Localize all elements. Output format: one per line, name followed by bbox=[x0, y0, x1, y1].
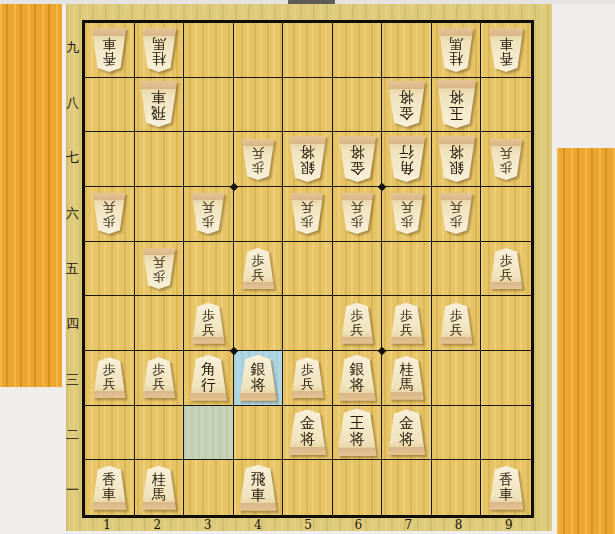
square-f6-r1[interactable] bbox=[333, 460, 383, 515]
square-f4-r6[interactable] bbox=[234, 187, 284, 242]
square-f2-r9[interactable]: 桂馬 bbox=[135, 23, 185, 78]
square-f1-r6[interactable]: 歩兵 bbox=[85, 187, 135, 242]
piece-knight-top[interactable]: 桂馬 bbox=[438, 28, 474, 72]
piece-pawn-bottom[interactable]: 歩兵 bbox=[439, 303, 473, 344]
piece-pawn-top[interactable]: 歩兵 bbox=[142, 248, 176, 289]
piece-pawn-bottom[interactable]: 歩兵 bbox=[191, 303, 225, 344]
square-f4-r1[interactable]: 飛車 bbox=[234, 460, 284, 515]
square-f6-r8[interactable] bbox=[333, 78, 383, 133]
square-f3-r6[interactable]: 歩兵 bbox=[184, 187, 234, 242]
piece-knight-bottom[interactable]: 桂馬 bbox=[389, 356, 425, 400]
piece-pawn-top[interactable]: 歩兵 bbox=[390, 193, 424, 234]
piece-pawn-bottom[interactable]: 歩兵 bbox=[142, 357, 176, 398]
square-f9-r3[interactable] bbox=[481, 351, 531, 406]
square-f9-r6[interactable] bbox=[481, 187, 531, 242]
square-f2-r2[interactable] bbox=[135, 406, 185, 461]
square-f1-r9[interactable]: 香車 bbox=[85, 23, 135, 78]
piece-stand-top-player bbox=[0, 4, 62, 387]
square-f2-r8[interactable]: 飛車 bbox=[135, 78, 185, 133]
piece-gold-top[interactable]: 金将 bbox=[387, 81, 426, 127]
square-f1-r1[interactable]: 香車 bbox=[85, 460, 135, 515]
square-f5-r6[interactable]: 歩兵 bbox=[283, 187, 333, 242]
square-f5-r7[interactable]: 銀将 bbox=[283, 132, 333, 187]
square-f8-r7[interactable]: 銀将 bbox=[432, 132, 482, 187]
piece-rook-top[interactable]: 飛車 bbox=[139, 81, 178, 127]
square-f2-r7[interactable] bbox=[135, 132, 185, 187]
square-f2-r5[interactable]: 歩兵 bbox=[135, 242, 185, 297]
square-f9-r5[interactable]: 歩兵 bbox=[481, 242, 531, 297]
square-f4-r7[interactable]: 歩兵 bbox=[234, 132, 284, 187]
square-f2-r1[interactable]: 桂馬 bbox=[135, 460, 185, 515]
rank-label: 二 bbox=[63, 407, 82, 462]
file-label: 7 bbox=[383, 518, 433, 531]
piece-rook-bottom[interactable]: 飛車 bbox=[238, 465, 277, 511]
board-grid: 香車桂馬桂馬香車飛車金将玉将歩兵銀将金将角行銀将歩兵歩兵歩兵歩兵歩兵歩兵歩兵歩兵… bbox=[82, 20, 534, 518]
square-f3-r4[interactable]: 歩兵 bbox=[184, 296, 234, 351]
shogi-app: 九八七六五四三二一 香車桂馬桂馬香車飛車金将玉将歩兵銀将金将角行銀将歩兵歩兵歩兵… bbox=[0, 0, 615, 534]
piece-silver-top[interactable]: 銀将 bbox=[437, 136, 476, 182]
file-label: 4 bbox=[233, 518, 283, 531]
square-f1-r2[interactable] bbox=[85, 406, 135, 461]
square-f5-r2[interactable]: 金将 bbox=[283, 406, 333, 461]
piece-gold-bottom[interactable]: 金将 bbox=[288, 409, 327, 455]
square-f7-r6[interactable]: 歩兵 bbox=[382, 187, 432, 242]
piece-pawn-bottom[interactable]: 歩兵 bbox=[390, 303, 424, 344]
piece-stand-bottom-player bbox=[557, 148, 615, 534]
square-f5-r5[interactable] bbox=[283, 242, 333, 297]
file-label: 2 bbox=[132, 518, 182, 531]
piece-pawn-top[interactable]: 歩兵 bbox=[489, 139, 523, 180]
rank-label: 一 bbox=[63, 463, 82, 518]
piece-bishop-bottom[interactable]: 角行 bbox=[189, 355, 228, 401]
piece-gold-bottom[interactable]: 金将 bbox=[387, 409, 426, 455]
square-f6-r9[interactable] bbox=[333, 23, 383, 78]
piece-pawn-top[interactable]: 歩兵 bbox=[92, 193, 126, 234]
square-f1-r3[interactable]: 歩兵 bbox=[85, 351, 135, 406]
square-f8-r2[interactable] bbox=[432, 406, 482, 461]
piece-lance-bottom[interactable]: 香車 bbox=[488, 466, 524, 510]
square-f6-r3[interactable]: 銀将 bbox=[333, 351, 383, 406]
square-f5-r8[interactable] bbox=[283, 78, 333, 133]
file-labels: 123456789 bbox=[82, 518, 534, 531]
square-f8-r4[interactable]: 歩兵 bbox=[432, 296, 482, 351]
square-f3-r1[interactable] bbox=[184, 460, 234, 515]
square-f6-r5[interactable] bbox=[333, 242, 383, 297]
square-f3-r9[interactable] bbox=[184, 23, 234, 78]
square-f6-r2[interactable]: 王将 bbox=[333, 406, 383, 461]
square-f8-r1[interactable] bbox=[432, 460, 482, 515]
piece-pawn-top[interactable]: 歩兵 bbox=[340, 193, 374, 234]
square-f8-r6[interactable]: 歩兵 bbox=[432, 187, 482, 242]
square-f8-r3[interactable] bbox=[432, 351, 482, 406]
square-f9-r2[interactable] bbox=[481, 406, 531, 461]
square-f5-r4[interactable] bbox=[283, 296, 333, 351]
piece-silver-bottom[interactable]: 銀将 bbox=[238, 355, 277, 401]
file-label: 9 bbox=[484, 518, 534, 531]
square-f2-r3[interactable]: 歩兵 bbox=[135, 351, 185, 406]
square-f1-r7[interactable] bbox=[85, 132, 135, 187]
piece-pawn-bottom[interactable]: 歩兵 bbox=[489, 248, 523, 289]
file-label: 8 bbox=[434, 518, 484, 531]
square-f9-r8[interactable] bbox=[481, 78, 531, 133]
square-f7-r7[interactable]: 角行 bbox=[382, 132, 432, 187]
rank-labels: 九八七六五四三二一 bbox=[63, 20, 82, 518]
square-f1-r4[interactable] bbox=[85, 296, 135, 351]
square-f7-r4[interactable]: 歩兵 bbox=[382, 296, 432, 351]
square-f9-r7[interactable]: 歩兵 bbox=[481, 132, 531, 187]
piece-bishop-top[interactable]: 角行 bbox=[387, 136, 426, 182]
square-f5-r1[interactable] bbox=[283, 460, 333, 515]
square-f6-r6[interactable]: 歩兵 bbox=[333, 187, 383, 242]
square-f7-r1[interactable] bbox=[382, 460, 432, 515]
piece-knight-bottom[interactable]: 桂馬 bbox=[141, 466, 177, 510]
piece-king-bottom[interactable]: 王将 bbox=[337, 408, 378, 456]
rank-label: 七 bbox=[63, 131, 82, 186]
piece-knight-top[interactable]: 桂馬 bbox=[141, 28, 177, 72]
square-f8-r5[interactable] bbox=[432, 242, 482, 297]
square-f4-r8[interactable] bbox=[234, 78, 284, 133]
square-f6-r4[interactable]: 歩兵 bbox=[333, 296, 383, 351]
square-f7-r3[interactable]: 桂馬 bbox=[382, 351, 432, 406]
rank-label: 八 bbox=[63, 75, 82, 130]
square-f7-r5[interactable] bbox=[382, 242, 432, 297]
rank-label: 四 bbox=[63, 297, 82, 352]
rank-label: 三 bbox=[63, 352, 82, 407]
file-label: 3 bbox=[182, 518, 232, 531]
square-f4-r4[interactable] bbox=[234, 296, 284, 351]
square-f7-r9[interactable] bbox=[382, 23, 432, 78]
square-f9-r1[interactable]: 香車 bbox=[481, 460, 531, 515]
square-f8-r9[interactable]: 桂馬 bbox=[432, 23, 482, 78]
rank-label: 六 bbox=[63, 186, 82, 241]
square-f9-r9[interactable]: 香車 bbox=[481, 23, 531, 78]
square-f2-r6[interactable] bbox=[135, 187, 185, 242]
piece-pawn-top[interactable]: 歩兵 bbox=[191, 193, 225, 234]
piece-lance-top[interactable]: 香車 bbox=[91, 28, 127, 72]
rank-label: 九 bbox=[63, 20, 82, 75]
square-f5-r3[interactable]: 歩兵 bbox=[283, 351, 333, 406]
piece-pawn-top[interactable]: 歩兵 bbox=[439, 193, 473, 234]
square-f3-r2[interactable] bbox=[184, 406, 234, 461]
square-f4-r2[interactable] bbox=[234, 406, 284, 461]
square-f4-r3[interactable]: 銀将 bbox=[234, 351, 284, 406]
square-f8-r8[interactable]: 玉将 bbox=[432, 78, 482, 133]
file-label: 6 bbox=[333, 518, 383, 531]
square-f1-r5[interactable] bbox=[85, 242, 135, 297]
square-f2-r4[interactable] bbox=[135, 296, 185, 351]
piece-lance-top[interactable]: 香車 bbox=[488, 28, 524, 72]
square-f9-r4[interactable] bbox=[481, 296, 531, 351]
piece-gold-top[interactable]: 金将 bbox=[338, 136, 377, 182]
square-f1-r8[interactable] bbox=[85, 78, 135, 133]
square-f4-r5[interactable]: 歩兵 bbox=[234, 242, 284, 297]
rank-label: 五 bbox=[63, 241, 82, 296]
piece-lance-bottom[interactable]: 香車 bbox=[91, 466, 127, 510]
square-f7-r2[interactable]: 金将 bbox=[382, 406, 432, 461]
piece-pawn-bottom[interactable]: 歩兵 bbox=[290, 357, 324, 398]
square-f7-r8[interactable]: 金将 bbox=[382, 78, 432, 133]
square-f4-r9[interactable] bbox=[234, 23, 284, 78]
square-f6-r7[interactable]: 金将 bbox=[333, 132, 383, 187]
piece-king-top[interactable]: 玉将 bbox=[436, 80, 477, 128]
file-label: 1 bbox=[82, 518, 132, 531]
square-f5-r9[interactable] bbox=[283, 23, 333, 78]
piece-silver-top[interactable]: 銀将 bbox=[288, 136, 327, 182]
piece-pawn-bottom[interactable]: 歩兵 bbox=[92, 357, 126, 398]
piece-pawn-bottom[interactable]: 歩兵 bbox=[241, 248, 275, 289]
square-f3-r3[interactable]: 角行 bbox=[184, 351, 234, 406]
piece-pawn-top[interactable]: 歩兵 bbox=[241, 139, 275, 180]
square-f3-r7[interactable] bbox=[184, 132, 234, 187]
piece-pawn-top[interactable]: 歩兵 bbox=[290, 193, 324, 234]
piece-pawn-bottom[interactable]: 歩兵 bbox=[340, 303, 374, 344]
square-f3-r5[interactable] bbox=[184, 242, 234, 297]
square-f3-r8[interactable] bbox=[184, 78, 234, 133]
piece-silver-bottom[interactable]: 銀将 bbox=[338, 355, 377, 401]
file-label: 5 bbox=[283, 518, 333, 531]
